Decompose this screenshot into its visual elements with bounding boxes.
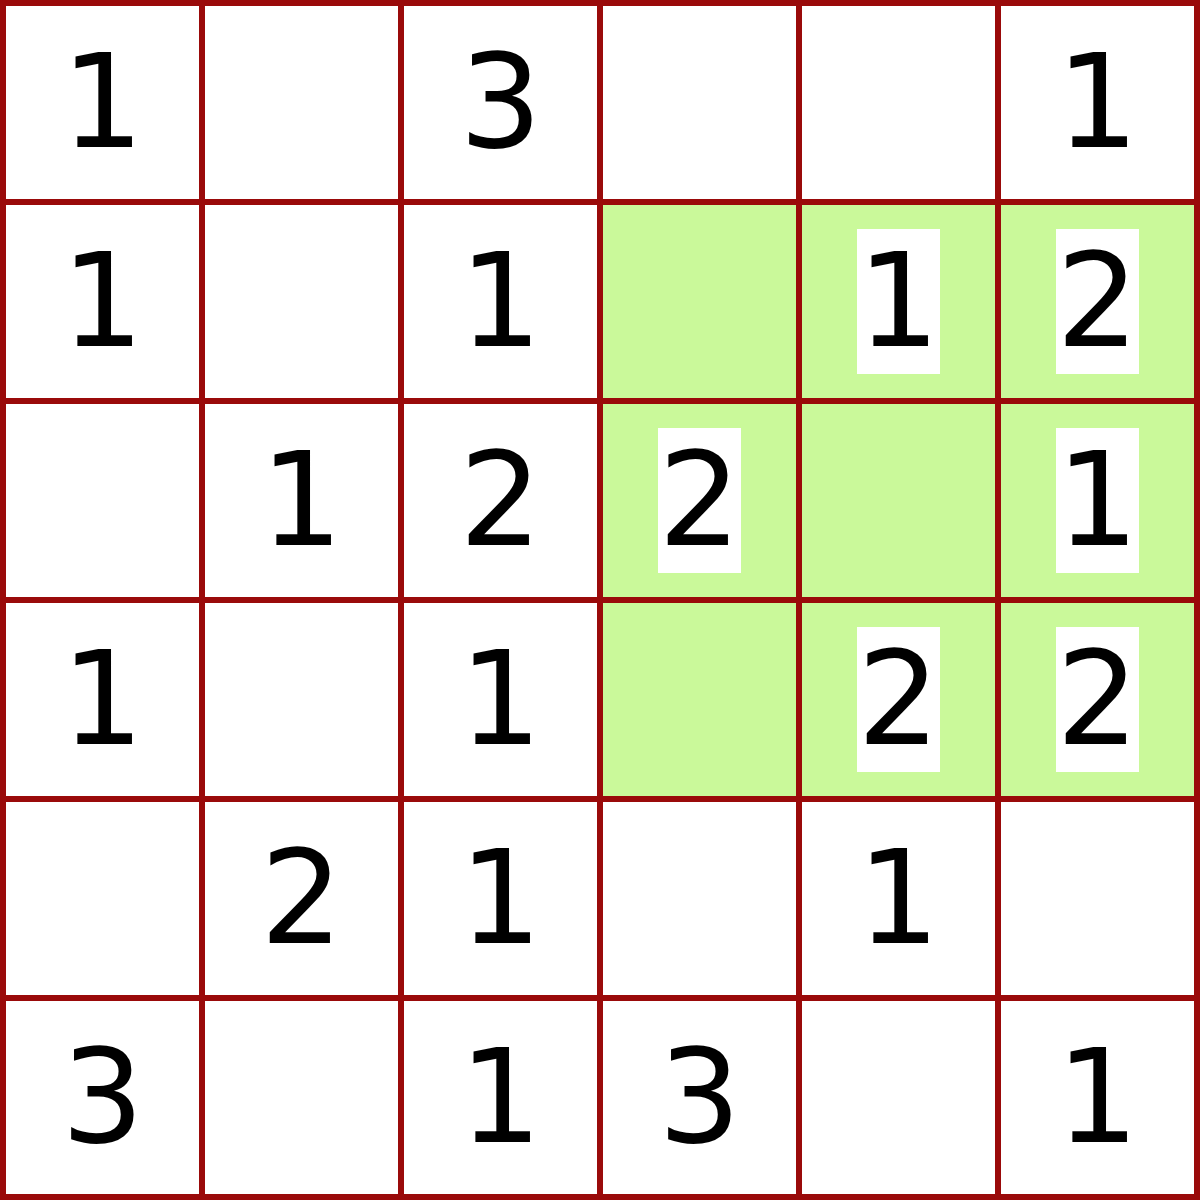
cell-r3c5[interactable] <box>802 404 995 597</box>
cell-number: 1 <box>857 229 940 375</box>
cell-r1c2[interactable] <box>205 6 398 199</box>
cell-r2c4[interactable] <box>603 205 796 398</box>
cell-number: 2 <box>459 428 542 574</box>
cell-number: 3 <box>658 1025 741 1171</box>
cell-r1c3[interactable]: 3 <box>404 6 597 199</box>
cell-r4c2[interactable] <box>205 603 398 796</box>
cell-r4c3[interactable]: 1 <box>404 603 597 796</box>
cell-number: 1 <box>1056 1025 1139 1171</box>
cell-number: 2 <box>1056 229 1139 375</box>
cell-number: 1 <box>260 428 343 574</box>
cell-r3c3[interactable]: 2 <box>404 404 597 597</box>
cell-r5c1[interactable] <box>6 802 199 995</box>
cell-r2c2[interactable] <box>205 205 398 398</box>
cell-number: 1 <box>857 826 940 972</box>
cell-number: 2 <box>857 627 940 773</box>
cell-r1c4[interactable] <box>603 6 796 199</box>
cell-r5c3[interactable]: 1 <box>404 802 597 995</box>
cell-r2c5[interactable]: 1 <box>802 205 995 398</box>
cell-r1c1[interactable]: 1 <box>6 6 199 199</box>
cell-number: 3 <box>459 30 542 176</box>
cell-r6c2[interactable] <box>205 1001 398 1194</box>
cell-r4c5[interactable]: 2 <box>802 603 995 796</box>
cell-r6c6[interactable]: 1 <box>1001 1001 1194 1194</box>
cell-r1c5[interactable] <box>802 6 995 199</box>
cell-number: 1 <box>459 1025 542 1171</box>
cell-r2c1[interactable]: 1 <box>6 205 199 398</box>
cell-number: 1 <box>459 229 542 375</box>
cell-r1c6[interactable]: 1 <box>1001 6 1194 199</box>
cell-r3c6[interactable]: 1 <box>1001 404 1194 597</box>
cell-number: 1 <box>1056 30 1139 176</box>
cell-r5c6[interactable] <box>1001 802 1194 995</box>
cell-r4c4[interactable] <box>603 603 796 796</box>
cell-r4c6[interactable]: 2 <box>1001 603 1194 796</box>
cell-r5c4[interactable] <box>603 802 796 995</box>
cell-number: 1 <box>1056 428 1139 574</box>
cell-number: 1 <box>61 229 144 375</box>
cell-number: 1 <box>61 627 144 773</box>
cell-number: 1 <box>459 627 542 773</box>
cell-r6c3[interactable]: 1 <box>404 1001 597 1194</box>
cell-r5c5[interactable]: 1 <box>802 802 995 995</box>
cell-r3c4[interactable]: 2 <box>603 404 796 597</box>
cell-number: 1 <box>61 30 144 176</box>
cell-r6c4[interactable]: 3 <box>603 1001 796 1194</box>
cell-r2c3[interactable]: 1 <box>404 205 597 398</box>
cell-r6c1[interactable]: 3 <box>6 1001 199 1194</box>
cell-r5c2[interactable]: 2 <box>205 802 398 995</box>
cell-number: 2 <box>658 428 741 574</box>
cell-number: 3 <box>61 1025 144 1171</box>
cell-number: 2 <box>1056 627 1139 773</box>
cell-number: 1 <box>459 826 542 972</box>
cell-r6c5[interactable] <box>802 1001 995 1194</box>
cell-r3c2[interactable]: 1 <box>205 404 398 597</box>
cell-number: 2 <box>260 826 343 972</box>
cell-r3c1[interactable] <box>6 404 199 597</box>
cell-r4c1[interactable]: 1 <box>6 603 199 796</box>
puzzle-board: 1311112122111222113131 <box>0 0 1200 1200</box>
cell-r2c6[interactable]: 2 <box>1001 205 1194 398</box>
